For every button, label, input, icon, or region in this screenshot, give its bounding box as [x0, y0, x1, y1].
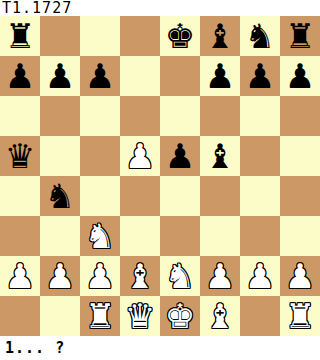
- square-h4[interactable]: [280, 176, 320, 216]
- square-c6[interactable]: [80, 96, 120, 136]
- white-pawn: ♟: [5, 256, 35, 296]
- black-knight: ♞: [45, 176, 75, 216]
- square-g1[interactable]: [240, 296, 280, 336]
- square-e6[interactable]: [160, 96, 200, 136]
- white-pawn: ♟: [85, 256, 115, 296]
- square-a2[interactable]: ♟: [0, 256, 40, 296]
- white-pawn: ♟: [125, 136, 155, 176]
- square-a5[interactable]: ♛: [0, 136, 40, 176]
- black-pawn: ♟: [45, 56, 75, 96]
- square-h1[interactable]: ♜: [280, 296, 320, 336]
- square-d8[interactable]: [120, 16, 160, 56]
- chess-board: ♜♚♝♞♜♟♟♟♟♟♟♛♟♟♝♞♞♟♟♟♝♞♟♟♟♜♛♚♝♜: [0, 16, 320, 336]
- square-f6[interactable]: [200, 96, 240, 136]
- white-pawn: ♟: [205, 256, 235, 296]
- square-f5[interactable]: ♝: [200, 136, 240, 176]
- square-f8[interactable]: ♝: [200, 16, 240, 56]
- square-d4[interactable]: [120, 176, 160, 216]
- square-c5[interactable]: [80, 136, 120, 176]
- black-pawn: ♟: [245, 56, 275, 96]
- square-e7[interactable]: [160, 56, 200, 96]
- black-pawn: ♟: [205, 56, 235, 96]
- square-d7[interactable]: [120, 56, 160, 96]
- square-d3[interactable]: [120, 216, 160, 256]
- square-h7[interactable]: ♟: [280, 56, 320, 96]
- black-pawn: ♟: [285, 56, 315, 96]
- square-b4[interactable]: ♞: [40, 176, 80, 216]
- white-pawn: ♟: [245, 256, 275, 296]
- black-pawn: ♟: [5, 56, 35, 96]
- square-a8[interactable]: ♜: [0, 16, 40, 56]
- white-rook: ♜: [85, 296, 115, 336]
- square-e5[interactable]: ♟: [160, 136, 200, 176]
- square-f7[interactable]: ♟: [200, 56, 240, 96]
- square-b3[interactable]: [40, 216, 80, 256]
- square-g5[interactable]: [240, 136, 280, 176]
- square-f3[interactable]: [200, 216, 240, 256]
- black-bishop: ♝: [205, 16, 235, 56]
- black-rook: ♜: [285, 16, 315, 56]
- move-prompt: 1... ?: [0, 336, 320, 360]
- black-bishop: ♝: [205, 136, 235, 176]
- square-g7[interactable]: ♟: [240, 56, 280, 96]
- square-c3[interactable]: ♞: [80, 216, 120, 256]
- square-c8[interactable]: [80, 16, 120, 56]
- black-knight: ♞: [245, 16, 275, 56]
- square-d6[interactable]: [120, 96, 160, 136]
- square-f2[interactable]: ♟: [200, 256, 240, 296]
- square-d5[interactable]: ♟: [120, 136, 160, 176]
- square-g4[interactable]: [240, 176, 280, 216]
- square-b6[interactable]: [40, 96, 80, 136]
- square-g8[interactable]: ♞: [240, 16, 280, 56]
- tactics-trainer-window: T1.1727 ♜♚♝♞♜♟♟♟♟♟♟♛♟♟♝♞♞♟♟♟♝♞♟♟♟♜♛♚♝♜ 1…: [0, 0, 320, 360]
- square-f1[interactable]: ♝: [200, 296, 240, 336]
- black-pawn: ♟: [85, 56, 115, 96]
- square-c1[interactable]: ♜: [80, 296, 120, 336]
- puzzle-id: T1.1727: [0, 0, 320, 16]
- square-c7[interactable]: ♟: [80, 56, 120, 96]
- white-bishop: ♝: [125, 256, 155, 296]
- black-pawn: ♟: [165, 136, 195, 176]
- square-b5[interactable]: [40, 136, 80, 176]
- square-a3[interactable]: [0, 216, 40, 256]
- square-b8[interactable]: [40, 16, 80, 56]
- square-e1[interactable]: ♚: [160, 296, 200, 336]
- square-a6[interactable]: [0, 96, 40, 136]
- white-knight: ♞: [85, 216, 115, 256]
- white-pawn: ♟: [45, 256, 75, 296]
- white-rook: ♜: [285, 296, 315, 336]
- square-h2[interactable]: ♟: [280, 256, 320, 296]
- square-a1[interactable]: [0, 296, 40, 336]
- black-rook: ♜: [5, 16, 35, 56]
- square-f4[interactable]: [200, 176, 240, 216]
- white-queen: ♛: [125, 296, 155, 336]
- white-knight: ♞: [165, 256, 195, 296]
- square-h8[interactable]: ♜: [280, 16, 320, 56]
- square-h3[interactable]: [280, 216, 320, 256]
- black-queen: ♛: [5, 136, 35, 176]
- square-a4[interactable]: [0, 176, 40, 216]
- square-b2[interactable]: ♟: [40, 256, 80, 296]
- square-g2[interactable]: ♟: [240, 256, 280, 296]
- black-king: ♚: [165, 16, 195, 56]
- square-b1[interactable]: [40, 296, 80, 336]
- square-h6[interactable]: [280, 96, 320, 136]
- square-g3[interactable]: [240, 216, 280, 256]
- white-pawn: ♟: [285, 256, 315, 296]
- square-c4[interactable]: [80, 176, 120, 216]
- square-g6[interactable]: [240, 96, 280, 136]
- white-bishop: ♝: [205, 296, 235, 336]
- square-e2[interactable]: ♞: [160, 256, 200, 296]
- white-king: ♚: [165, 296, 195, 336]
- square-d1[interactable]: ♛: [120, 296, 160, 336]
- square-e4[interactable]: [160, 176, 200, 216]
- square-e3[interactable]: [160, 216, 200, 256]
- square-e8[interactable]: ♚: [160, 16, 200, 56]
- square-h5[interactable]: [280, 136, 320, 176]
- square-d2[interactable]: ♝: [120, 256, 160, 296]
- square-b7[interactable]: ♟: [40, 56, 80, 96]
- square-c2[interactable]: ♟: [80, 256, 120, 296]
- square-a7[interactable]: ♟: [0, 56, 40, 96]
